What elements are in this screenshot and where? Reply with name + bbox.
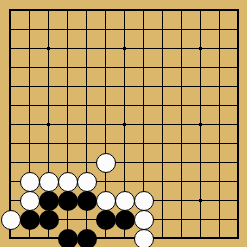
black-stone[interactable] [39,210,59,230]
go-board[interactable] [0,0,247,247]
white-stone[interactable] [134,210,154,230]
white-stone[interactable] [58,172,78,192]
white-stone[interactable] [20,172,40,192]
white-stone[interactable] [134,229,154,247]
star-point [123,123,126,126]
grid-line-vertical [181,10,182,238]
white-stone[interactable] [134,191,154,211]
star-point [47,47,50,50]
grid-line-horizontal [10,143,238,144]
grid-line-vertical [162,10,163,238]
grid-line-vertical [219,10,220,238]
star-point [123,47,126,50]
black-stone[interactable] [77,191,97,211]
black-stone[interactable] [58,229,78,247]
black-stone[interactable] [115,210,135,230]
black-stone[interactable] [39,191,59,211]
black-stone[interactable] [96,210,116,230]
black-stone[interactable] [77,229,97,247]
white-stone[interactable] [20,191,40,211]
star-point [47,123,50,126]
star-point [199,199,202,202]
star-point [199,123,202,126]
white-stone[interactable] [96,153,116,173]
black-stone[interactable] [20,210,40,230]
white-stone[interactable] [39,172,59,192]
star-point [199,47,202,50]
grid-line-horizontal [10,162,238,163]
white-stone[interactable] [96,191,116,211]
white-stone[interactable] [115,191,135,211]
white-stone[interactable] [1,210,21,230]
white-stone[interactable] [77,172,97,192]
black-stone[interactable] [58,191,78,211]
